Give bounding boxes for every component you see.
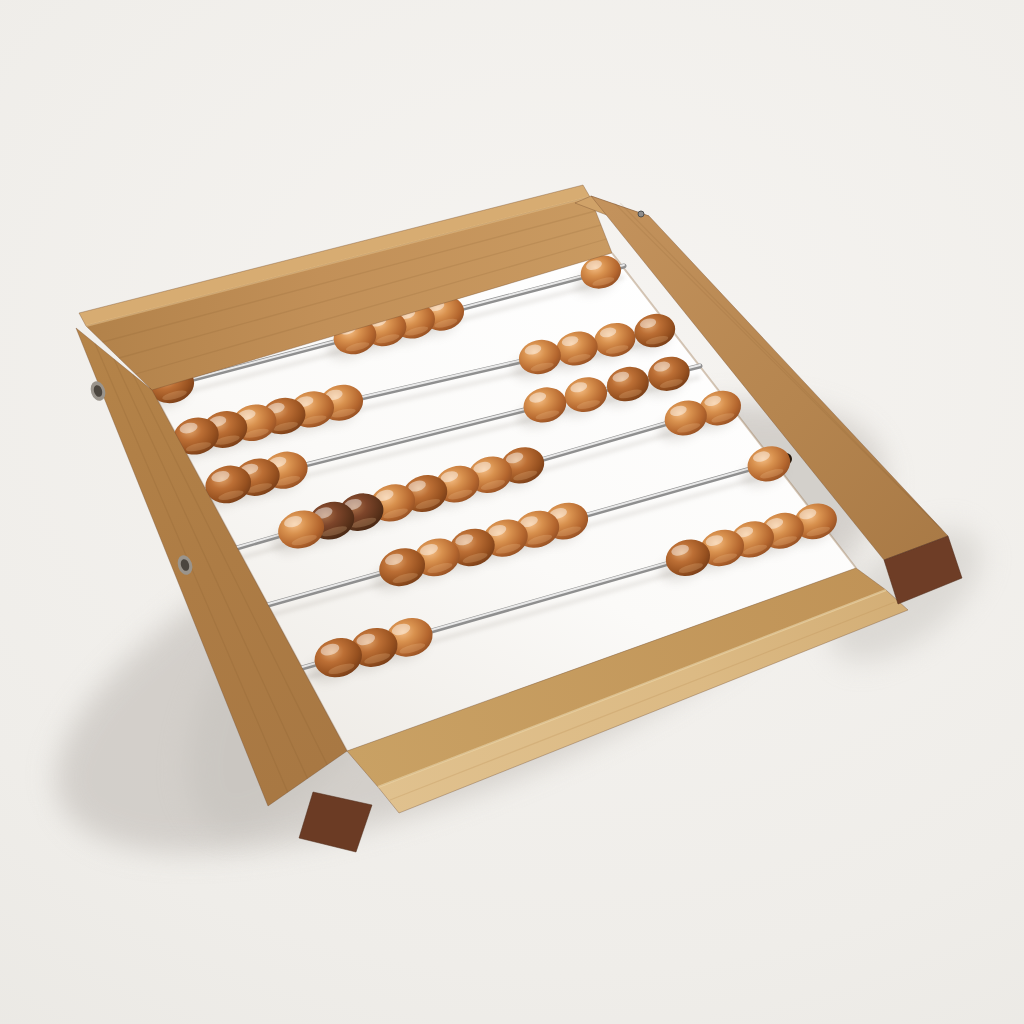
abacus-board	[0, 0, 1024, 1024]
right-rail-pin	[638, 211, 644, 217]
abacus-scene	[0, 0, 1024, 1024]
